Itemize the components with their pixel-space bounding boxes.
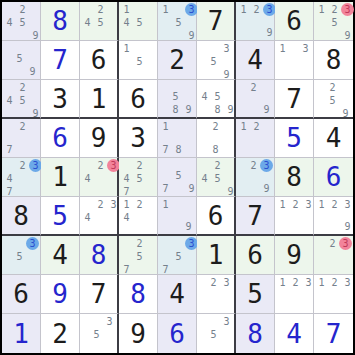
- candidate-slot-1-empty: [81, 3, 94, 16]
- candidate-grid: 1239: [236, 2, 274, 40]
- cell-r5c2[interactable]: 1: [41, 158, 80, 197]
- given-digit: 6: [236, 236, 274, 274]
- cell-r5c4[interactable]: 2457: [119, 158, 158, 197]
- candidate-slot-5: 5: [16, 16, 29, 29]
- candidate-4: 4: [81, 16, 94, 29]
- candidate-slot-4: 4: [120, 16, 133, 29]
- cell-r7c5[interactable]: 357: [158, 236, 197, 275]
- cell-r4c4[interactable]: 3: [119, 119, 158, 158]
- candidate-slot-5-empty: [250, 16, 263, 26]
- cell-r7c8[interactable]: 9: [275, 236, 314, 275]
- candidate-slot-9-empty: [220, 341, 233, 352]
- solved-digit: 6: [158, 314, 196, 353]
- cell-r1c5[interactable]: 1359: [158, 2, 197, 41]
- candidate-slot-4-empty: [3, 133, 16, 143]
- cell-r6c2[interactable]: 5: [41, 197, 80, 236]
- cell-r2c3[interactable]: 6: [80, 41, 119, 80]
- candidate-slot-2: 2: [94, 3, 107, 16]
- candidate-slot-1: 1: [237, 3, 250, 16]
- candidate-grid: 59: [2, 41, 40, 79]
- candidate-2: 2: [16, 120, 29, 133]
- cell-r8c5[interactable]: 4: [158, 275, 197, 314]
- candidate-slot-7-empty: [120, 29, 133, 39]
- candidate-grid: 29: [236, 80, 274, 117]
- candidate-slot-6-empty: [103, 328, 116, 341]
- cell-r9c4[interactable]: 9: [119, 314, 158, 353]
- candidate-slot-4-empty: [159, 16, 172, 29]
- candidate-grid: 123: [275, 197, 313, 234]
- cell-r5c8[interactable]: 8: [275, 158, 314, 197]
- candidate-slot-2: 2: [247, 81, 260, 94]
- candidate-slot-4-empty: [3, 52, 13, 65]
- cell-r8c8[interactable]: 123: [275, 275, 314, 314]
- cell-r8c9[interactable]: 123: [314, 275, 353, 314]
- candidate-slot-7-empty: [315, 301, 328, 313]
- cell-r7c3[interactable]: 8: [80, 236, 119, 275]
- candidate-slot-3-empty: [260, 81, 273, 94]
- candidate-slot-2: 2: [250, 3, 263, 16]
- candidate-slot-2: 2: [250, 120, 263, 133]
- candidate-2: 2: [207, 276, 220, 289]
- candidate-5: 5: [207, 55, 220, 68]
- candidate-slot-5-empty: [326, 250, 339, 262]
- cell-r6c5[interactable]: 19: [158, 197, 197, 236]
- candidate-slot-4-empty: [120, 55, 133, 68]
- cell-r6c4[interactable]: 124: [119, 197, 158, 236]
- candidate-3-blue-circle: 3: [26, 237, 39, 250]
- candidate-5: 5: [16, 16, 29, 29]
- given-digit: 6: [275, 2, 313, 40]
- candidate-5: 5: [133, 172, 146, 185]
- cell-r3c2[interactable]: 3: [41, 80, 80, 119]
- cell-r8c7[interactable]: 5: [236, 275, 275, 314]
- candidate-slot-3: 3: [220, 315, 233, 328]
- candidate-slot-9-empty: [107, 29, 116, 39]
- candidate-2: 2: [250, 3, 263, 16]
- cell-r5c5[interactable]: 579: [158, 158, 197, 197]
- candidate-slot-2: 2: [289, 198, 302, 211]
- cell-r2c6[interactable]: 359: [197, 41, 236, 80]
- given-digit: 9: [119, 314, 157, 353]
- candidate-slot-9-empty: [29, 143, 39, 156]
- candidate-slot-6-empty: [341, 289, 354, 301]
- cell-r3c3[interactable]: 1: [80, 80, 119, 119]
- candidate-slot-1: 1: [159, 3, 172, 16]
- candidate-2: 2: [328, 276, 341, 289]
- candidate-slot-8-empty: [133, 29, 146, 39]
- cell-r4c8[interactable]: 5: [275, 119, 314, 158]
- candidate-slot-3: 3: [220, 276, 233, 289]
- candidate-slot-1: 1: [276, 276, 289, 289]
- given-digit: 4: [41, 236, 79, 274]
- cell-r7c6[interactable]: 1: [197, 236, 236, 275]
- candidate-slot-2-empty: [172, 198, 182, 211]
- cell-r7c2[interactable]: 4: [41, 236, 80, 275]
- cell-r1c3[interactable]: 245: [80, 2, 119, 41]
- candidate-slot-3-empty: [107, 3, 116, 16]
- solved-digit: 8: [41, 2, 79, 40]
- candidate-slot-8-empty: [207, 301, 220, 313]
- candidate-2: 2: [326, 81, 339, 94]
- candidate-slot-4: 4: [198, 172, 211, 185]
- candidate-4: 4: [198, 90, 211, 103]
- cell-r2c9[interactable]: 8: [314, 41, 353, 80]
- candidate-slot-8-empty: [289, 67, 299, 79]
- cell-r3c1[interactable]: 2459: [2, 80, 41, 119]
- candidate-slot-2: 2: [16, 81, 29, 94]
- cell-r3c4[interactable]: 6: [119, 80, 158, 119]
- candidate-slot-5-empty: [328, 289, 341, 301]
- candidate-slot-6-empty: [220, 289, 233, 301]
- candidate-slot-3: 3: [220, 42, 233, 55]
- candidate-slot-7-empty: [276, 67, 289, 79]
- candidate-slot-6-empty: [341, 211, 354, 220]
- candidate-4: 4: [120, 211, 133, 224]
- candidate-slot-1-empty: [120, 159, 133, 172]
- candidate-slot-7-empty: [315, 220, 328, 233]
- candidate-4: 4: [3, 94, 16, 107]
- candidate-slot-3: 3: [260, 159, 273, 172]
- candidate-slot-2-empty: [172, 3, 185, 16]
- candidate-1: 1: [315, 3, 328, 16]
- candidate-slot-1-empty: [198, 120, 209, 133]
- candidate-slot-8-empty: [94, 29, 107, 39]
- candidate-slot-5-empty: [172, 211, 182, 220]
- candidate-2: 2: [209, 120, 222, 133]
- candidate-slot-1: 1: [237, 120, 250, 133]
- candidate-slot-3-empty: [146, 42, 156, 55]
- candidate-5: 5: [172, 16, 185, 29]
- candidate-slot-5: 5: [90, 328, 103, 341]
- candidate-slot-7-empty: [159, 220, 172, 233]
- candidate-slot-6-empty: [339, 94, 352, 107]
- cell-r1c9[interactable]: 12359: [314, 2, 353, 41]
- cell-r6c6[interactable]: 6: [197, 197, 236, 236]
- candidate-3: 3: [220, 315, 233, 328]
- cell-r8c6[interactable]: 23: [197, 275, 236, 314]
- candidate-7: 7: [3, 143, 16, 156]
- cell-r6c1[interactable]: 8: [2, 197, 41, 236]
- candidate-slot-5-empty: [94, 211, 107, 224]
- candidate-slot-5-empty: [172, 133, 185, 143]
- cell-r6c8[interactable]: 123: [275, 197, 314, 236]
- candidate-slot-7: 7: [159, 182, 172, 195]
- cell-r3c8[interactable]: 7: [275, 80, 314, 119]
- candidate-2: 2: [16, 81, 29, 94]
- candidate-2: 2: [328, 198, 341, 211]
- candidate-slot-4: 4: [120, 172, 133, 185]
- candidate-4: 4: [3, 16, 16, 29]
- cell-r2c1[interactable]: 59: [2, 41, 41, 80]
- cell-r3c6[interactable]: 4589: [197, 80, 236, 119]
- candidate-2: 2: [94, 198, 107, 211]
- solved-digit: 4: [275, 314, 313, 353]
- candidate-slot-9-empty: [220, 301, 233, 313]
- candidate-slot-2: 2: [207, 276, 220, 289]
- given-digit: 6: [80, 41, 117, 79]
- cell-r9c5[interactable]: 6: [158, 314, 197, 353]
- candidate-slot-1: 1: [159, 120, 172, 133]
- candidate-slot-8-empty: [328, 301, 341, 313]
- candidate-slot-4-empty: [120, 250, 133, 263]
- candidate-3: 3: [341, 198, 354, 211]
- candidate-slot-2: 2: [326, 81, 339, 94]
- cell-r5c1[interactable]: 2347: [2, 158, 41, 197]
- candidate-grid: 123: [314, 275, 353, 313]
- candidate-slot-8-empty: [207, 341, 220, 352]
- cell-r3c5[interactable]: 589: [158, 80, 197, 119]
- cell-r4c5[interactable]: 178: [158, 119, 197, 158]
- candidate-4: 4: [198, 172, 211, 185]
- cell-r4c2[interactable]: 6: [41, 119, 80, 158]
- candidate-slot-9-empty: [103, 341, 116, 352]
- candidate-slot-1-empty: [3, 237, 13, 250]
- candidate-slot-4: 4: [120, 211, 133, 224]
- cell-r2c7[interactable]: 4: [236, 41, 275, 80]
- candidate-slot-3-empty: [146, 237, 156, 250]
- given-digit: 1: [197, 236, 234, 274]
- candidate-grid: 1359: [158, 2, 196, 40]
- candidate-1: 1: [237, 3, 250, 16]
- candidate-slot-3: 3: [299, 42, 312, 55]
- cell-r4c3[interactable]: 9: [80, 119, 119, 158]
- cell-r1c6[interactable]: 7: [197, 2, 236, 41]
- candidate-slot-8: 8: [172, 143, 185, 156]
- candidate-slot-9: 9: [182, 220, 195, 233]
- candidate-slot-4-empty: [276, 289, 289, 301]
- candidate-grid: 23: [197, 275, 234, 313]
- cell-r4c7[interactable]: 12: [236, 119, 275, 158]
- given-digit: 6: [119, 80, 157, 117]
- candidate-4: 4: [120, 172, 133, 185]
- candidate-slot-4-empty: [198, 289, 207, 301]
- candidate-slot-4: 4: [3, 16, 16, 29]
- candidate-slot-5: 5: [328, 16, 341, 29]
- cell-r2c8[interactable]: 13: [275, 41, 314, 80]
- candidate-2: 2: [133, 198, 146, 211]
- candidate-1: 1: [237, 120, 250, 133]
- candidate-slot-4-empty: [81, 328, 90, 341]
- candidate-grid: 23: [314, 236, 353, 274]
- given-digit: 1: [41, 158, 79, 196]
- cell-r5c9[interactable]: 6: [314, 158, 353, 197]
- candidate-slot-1-empty: [198, 42, 207, 55]
- cell-r7c9[interactable]: 23: [314, 236, 353, 275]
- candidate-slot-7-empty: [198, 143, 209, 156]
- candidate-slot-4-empty: [237, 94, 247, 103]
- cell-r2c5[interactable]: 2: [158, 41, 197, 80]
- candidate-2: 2: [289, 198, 302, 211]
- candidate-slot-4-empty: [198, 55, 207, 68]
- candidate-slot-3-empty: [182, 198, 195, 211]
- candidate-grid: 257: [119, 236, 157, 274]
- candidate-slot-1-empty: [3, 81, 16, 94]
- cell-r8c3[interactable]: 7: [80, 275, 119, 314]
- candidate-5: 5: [90, 328, 103, 341]
- cell-r2c4[interactable]: 15: [119, 41, 158, 80]
- candidate-grid: 19: [158, 197, 196, 234]
- candidate-slot-9-empty: [26, 263, 39, 273]
- candidate-slot-9-empty: [222, 143, 233, 156]
- candidate-grid: 35: [197, 314, 234, 353]
- candidate-slot-6-empty: [260, 172, 273, 182]
- candidate-slot-2: 2: [289, 276, 302, 289]
- cell-r8c1[interactable]: 6: [2, 275, 41, 314]
- cell-r9c8[interactable]: 4: [275, 314, 314, 353]
- candidate-slot-1: 1: [120, 42, 133, 55]
- candidate-slot-4-empty: [315, 250, 326, 262]
- candidate-slot-7-empty: [276, 301, 289, 313]
- candidate-slot-6-empty: [182, 90, 195, 103]
- given-digit: 7: [80, 275, 117, 313]
- cell-r1c8[interactable]: 6: [275, 2, 314, 41]
- cell-r6c3[interactable]: 234: [80, 197, 119, 236]
- candidate-slot-5: 5: [207, 55, 220, 68]
- cell-r6c9[interactable]: 1239: [314, 197, 353, 236]
- cell-r1c2[interactable]: 8: [41, 2, 80, 41]
- cell-r9c2[interactable]: 2: [41, 314, 80, 353]
- cell-r8c4[interactable]: 8: [119, 275, 158, 314]
- candidate-slot-7-empty: [276, 222, 289, 233]
- candidate-slot-8-empty: [13, 65, 26, 78]
- candidate-slot-6-empty: [220, 55, 233, 68]
- cell-r1c4[interactable]: 145: [119, 2, 158, 41]
- candidate-slot-1-empty: [315, 237, 326, 250]
- candidate-slot-9-empty: [299, 67, 312, 79]
- candidate-1: 1: [159, 3, 172, 16]
- candidate-slot-2: 2: [16, 159, 29, 172]
- given-digit: 2: [41, 314, 79, 353]
- candidate-slot-7-empty: [3, 263, 13, 273]
- cell-r9c1[interactable]: 1: [2, 314, 41, 353]
- given-digit: 8: [314, 41, 353, 79]
- solved-digit: 9: [41, 275, 79, 313]
- candidate-slot-1-empty: [81, 159, 94, 172]
- given-digit: 4: [158, 275, 196, 313]
- given-digit: 9: [80, 119, 117, 157]
- candidate-slot-2: 2: [326, 237, 339, 250]
- given-digit: 6: [197, 197, 234, 234]
- solved-digit: 8: [80, 236, 117, 274]
- cell-r9c7[interactable]: 8: [236, 314, 275, 353]
- cell-r5c3[interactable]: 234: [80, 158, 119, 197]
- candidate-slot-5: 5: [133, 55, 146, 68]
- cell-r9c3[interactable]: 35: [80, 314, 119, 353]
- candidate-slot-8-empty: [289, 222, 302, 233]
- candidate-2: 2: [247, 81, 260, 94]
- candidate-slot-1-empty: [120, 237, 133, 250]
- candidate-slot-8-empty: [250, 145, 263, 157]
- candidate-slot-2: 2: [94, 198, 107, 211]
- candidate-slot-6-empty: [220, 328, 233, 341]
- candidate-grid: 15: [119, 41, 157, 79]
- candidate-slot-7-empty: [198, 301, 207, 313]
- cell-r7c1[interactable]: 35: [2, 236, 41, 275]
- candidate-4: 4: [3, 172, 16, 185]
- candidate-grid: 259: [314, 80, 353, 117]
- candidate-3: 3: [220, 42, 233, 55]
- candidate-5: 5: [172, 169, 185, 182]
- candidate-grid: 234: [80, 197, 117, 234]
- candidate-5: 5: [13, 52, 26, 65]
- given-digit: 4: [236, 41, 274, 79]
- cell-r2c2[interactable]: 7: [41, 41, 80, 80]
- candidate-slot-8-empty: [289, 301, 302, 313]
- candidate-slot-2: 2: [133, 159, 146, 172]
- candidate-1: 1: [315, 276, 328, 289]
- candidate-slot-6-empty: [146, 211, 156, 224]
- candidate-slot-7: 7: [3, 143, 16, 156]
- candidate-slot-5: 5: [211, 90, 224, 103]
- candidate-slot-1: 1: [276, 42, 289, 55]
- cell-r1c7[interactable]: 1239: [236, 2, 275, 41]
- candidate-grid: 359: [197, 41, 234, 79]
- cell-r9c6[interactable]: 35: [197, 314, 236, 353]
- cell-r3c9[interactable]: 259: [314, 80, 353, 119]
- candidate-slot-1-empty: [3, 120, 16, 133]
- cell-r6c7[interactable]: 7: [236, 197, 275, 236]
- candidate-2: 2: [289, 276, 302, 289]
- candidate-slot-3: 3: [341, 276, 354, 289]
- candidate-slot-2: 2: [209, 120, 222, 133]
- candidate-5: 5: [133, 250, 146, 263]
- cell-r5c6[interactable]: 2459: [197, 158, 236, 197]
- cell-r7c4[interactable]: 257: [119, 236, 158, 275]
- candidate-slot-7-empty: [3, 65, 13, 78]
- candidate-slot-7-empty: [81, 29, 94, 39]
- candidate-2: 2: [247, 159, 260, 172]
- cell-r8c2[interactable]: 9: [41, 275, 80, 314]
- candidate-grid: 2347: [2, 158, 40, 196]
- candidate-8: 8: [169, 103, 182, 116]
- solved-digit: 6: [41, 119, 79, 157]
- cell-r4c9[interactable]: 4: [314, 119, 353, 158]
- cell-r4c1[interactable]: 27: [2, 119, 41, 158]
- candidate-slot-3-empty: [222, 120, 233, 133]
- cell-r7c7[interactable]: 6: [236, 236, 275, 275]
- candidate-slot-7-empty: [120, 68, 133, 78]
- candidate-slot-5-empty: [133, 211, 146, 224]
- candidate-slot-6-empty: [260, 94, 273, 103]
- candidate-slot-8: 8: [169, 103, 182, 116]
- candidate-slot-1-empty: [198, 276, 207, 289]
- candidate-2: 2: [94, 3, 107, 16]
- cell-r9c9[interactable]: 7: [314, 314, 353, 353]
- candidate-slot-7-empty: [81, 185, 94, 195]
- candidate-slot-5-empty: [289, 55, 299, 67]
- cell-r3c7[interactable]: 29: [236, 80, 275, 119]
- candidate-slot-2: 2: [328, 198, 341, 211]
- candidate-2: 2: [16, 159, 29, 172]
- candidate-slot-5: 5: [133, 172, 146, 185]
- cell-r4c6[interactable]: 28: [197, 119, 236, 158]
- candidate-1: 1: [276, 276, 289, 289]
- candidate-2: 2: [133, 159, 146, 172]
- candidate-slot-5: 5: [133, 16, 146, 29]
- solved-digit: 6: [314, 158, 353, 196]
- sudoku-board: 2459824514513597123961235959761523594138…: [0, 0, 355, 355]
- cell-r1c1[interactable]: 2459: [2, 2, 41, 41]
- candidate-slot-1-empty: [198, 159, 211, 172]
- candidate-slot-1: 1: [120, 3, 133, 16]
- candidate-slot-2-empty: [172, 159, 185, 169]
- candidate-slot-4-empty: [159, 133, 172, 143]
- candidate-5: 5: [133, 55, 146, 68]
- candidate-1: 1: [276, 198, 289, 211]
- cell-r5c7[interactable]: 239: [236, 158, 275, 197]
- candidate-slot-1-empty: [81, 198, 94, 211]
- candidate-slot-6-empty: [26, 52, 39, 65]
